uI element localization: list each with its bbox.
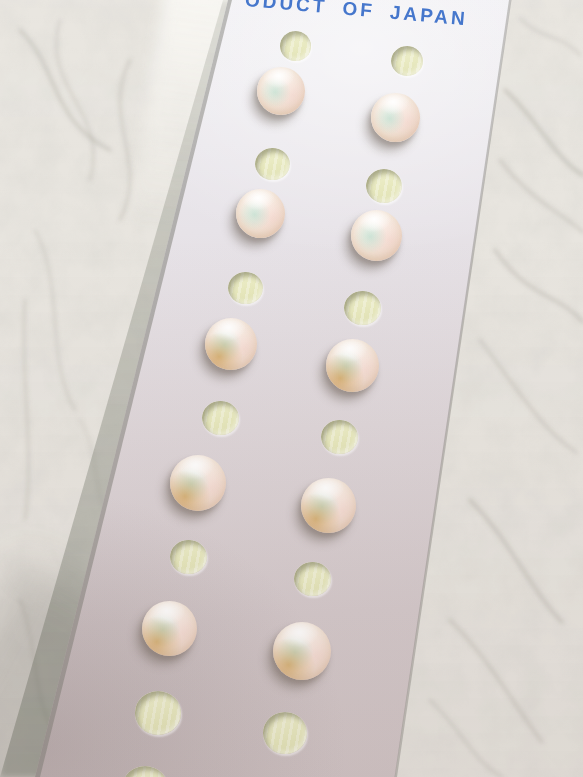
- pearl: [170, 455, 226, 511]
- pearl: [142, 601, 197, 656]
- pearl: [371, 93, 420, 142]
- pearl: [301, 478, 356, 533]
- pearl: [273, 622, 331, 680]
- pearl: [257, 67, 305, 115]
- pearl: [236, 189, 285, 238]
- photo: ODUCT OF JAPAN: [0, 0, 583, 777]
- pearl: [205, 318, 257, 370]
- pearl: [326, 339, 379, 392]
- pearl: [351, 210, 402, 261]
